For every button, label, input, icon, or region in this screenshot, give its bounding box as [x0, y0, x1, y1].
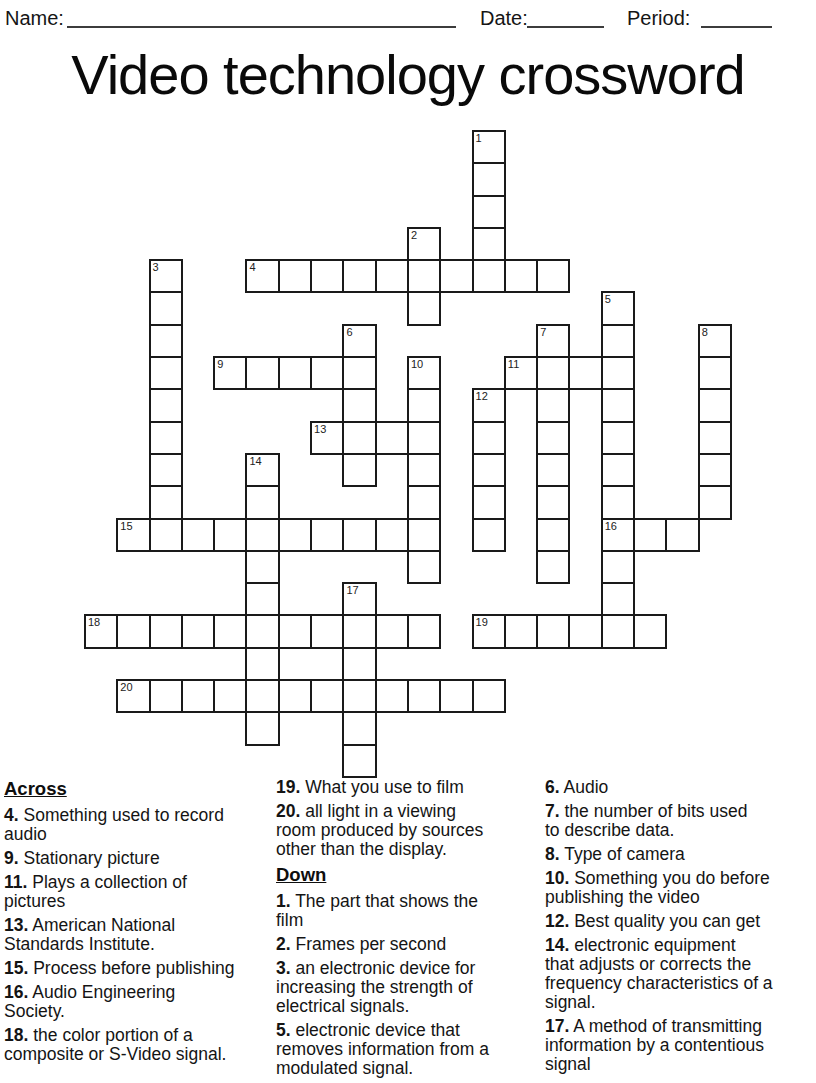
clue-down-8: 8. Type of camera: [545, 845, 811, 864]
grid-cell[interactable]: [245, 647, 279, 681]
clue-down-17: 17. A method of transmitting information…: [545, 1017, 811, 1074]
grid-cell[interactable]: [342, 421, 376, 455]
clue-number: 2: [411, 229, 417, 242]
grid-cell[interactable]: 12: [472, 388, 506, 422]
grid-cell[interactable]: 9: [213, 356, 247, 390]
clue-across-11: 11. Plays a collection of pictures: [4, 873, 266, 911]
grid-cell[interactable]: [342, 614, 376, 648]
grid-cell[interactable]: [536, 388, 570, 422]
grid-cell[interactable]: [504, 259, 538, 293]
clue-number: 8: [702, 326, 708, 339]
clue-number: 5: [605, 293, 611, 306]
grid-cell[interactable]: [149, 291, 183, 325]
grid-cell[interactable]: [149, 421, 183, 455]
grid-cell[interactable]: [407, 291, 441, 325]
clue-number: 18: [88, 616, 100, 629]
grid-cell[interactable]: 11: [504, 356, 538, 390]
grid-cell[interactable]: [149, 518, 183, 552]
grid-cell[interactable]: [149, 679, 183, 713]
grid-cell[interactable]: 20: [116, 679, 150, 713]
grid-cell[interactable]: [633, 518, 667, 552]
grid-cell[interactable]: 7: [536, 324, 570, 358]
grid-cell[interactable]: [149, 614, 183, 648]
grid-cell[interactable]: [439, 259, 473, 293]
down-header: Down: [276, 864, 534, 886]
clue-number: 1: [476, 132, 482, 145]
grid-cell[interactable]: [472, 679, 506, 713]
clue-down-12: 12. Best quality you can get: [545, 912, 811, 931]
grid-cell[interactable]: [149, 356, 183, 390]
grid-cell[interactable]: [342, 259, 376, 293]
clue-number: 12: [476, 390, 488, 403]
grid-cell[interactable]: [407, 421, 441, 455]
clue-down-14: 14. electronic equipment that adjusts or…: [545, 936, 811, 1012]
grid-cell[interactable]: [472, 453, 506, 487]
grid-cell[interactable]: [407, 259, 441, 293]
grid-cell[interactable]: [536, 485, 570, 519]
clue-number: 9: [217, 358, 223, 371]
grid-cell[interactable]: [278, 356, 312, 390]
grid-cell[interactable]: [472, 518, 506, 552]
grid-cell[interactable]: 19: [472, 614, 506, 648]
grid-cell[interactable]: [342, 388, 376, 422]
grid-cell[interactable]: [601, 550, 635, 584]
grid-cell[interactable]: [698, 453, 732, 487]
clue-number: 14: [249, 455, 261, 468]
grid-cell[interactable]: [245, 679, 279, 713]
grid-cell[interactable]: [698, 356, 732, 390]
grid-cell[interactable]: [536, 550, 570, 584]
period-blank-line: [701, 7, 772, 28]
clue-number: 3: [153, 261, 159, 274]
grid-cell[interactable]: [536, 453, 570, 487]
grid-cell[interactable]: [342, 679, 376, 713]
grid-cell[interactable]: [407, 485, 441, 519]
grid-cell[interactable]: [407, 388, 441, 422]
grid-cell[interactable]: [407, 453, 441, 487]
clue-number: 17: [346, 584, 358, 597]
grid-cell[interactable]: [278, 614, 312, 648]
grid-cell[interactable]: [149, 388, 183, 422]
grid-cell[interactable]: [181, 518, 215, 552]
grid-cell[interactable]: 8: [698, 324, 732, 358]
grid-cell[interactable]: [407, 518, 441, 552]
grid-cell[interactable]: [568, 356, 602, 390]
clue-down-7: 7. the number of bits used to describe d…: [545, 802, 811, 840]
worksheet-page: Name: Date: Period: Video technology cro…: [0, 0, 816, 1083]
grid-cell[interactable]: 15: [116, 518, 150, 552]
date-blank-line: [527, 7, 604, 28]
across-header: Across: [4, 778, 266, 800]
grid-cell[interactable]: [342, 744, 376, 778]
grid-cell[interactable]: [536, 518, 570, 552]
grid-cell[interactable]: [536, 356, 570, 390]
grid-cell[interactable]: [665, 518, 699, 552]
name-label: Name:: [5, 7, 64, 30]
clue-down-2: 2. Frames per second: [276, 935, 534, 954]
grid-cell[interactable]: [633, 614, 667, 648]
grid-cell[interactable]: [568, 614, 602, 648]
grid-cell[interactable]: [375, 614, 409, 648]
grid-cell[interactable]: [181, 679, 215, 713]
grid-cell[interactable]: 1: [472, 130, 506, 164]
grid-cell[interactable]: [342, 647, 376, 681]
grid-cell[interactable]: [375, 679, 409, 713]
clue-across-19: 19. What you use to film: [276, 778, 534, 797]
clue-across-20: 20. all light in a viewing room produced…: [276, 802, 534, 859]
grid-cell[interactable]: [601, 614, 635, 648]
grid-cell[interactable]: [536, 421, 570, 455]
grid-cell[interactable]: [245, 711, 279, 745]
clue-across-13: 13. American National Standards Institut…: [4, 916, 266, 954]
crossword-board: 1234567891011121314151617181920: [85, 131, 731, 777]
grid-cell[interactable]: 6: [342, 324, 376, 358]
grid-cell[interactable]: [601, 388, 635, 422]
grid-cell[interactable]: [601, 485, 635, 519]
grid-cell[interactable]: [245, 518, 279, 552]
grid-cell[interactable]: [407, 614, 441, 648]
clue-across-4: 4. Something used to record audio: [4, 806, 266, 844]
grid-cell[interactable]: [278, 518, 312, 552]
clue-number: 6: [346, 326, 352, 339]
grid-cell[interactable]: [149, 453, 183, 487]
clue-across-15: 15. Process before publishing: [4, 959, 266, 978]
grid-cell[interactable]: [439, 679, 473, 713]
grid-cell[interactable]: [342, 453, 376, 487]
clues-column-3: 6. Audio7. the number of bits used to de…: [545, 778, 811, 1079]
grid-cell[interactable]: [245, 356, 279, 390]
clue-across-9: 9. Stationary picture: [4, 849, 266, 868]
grid-cell[interactable]: [601, 356, 635, 390]
grid-cell[interactable]: [504, 614, 538, 648]
grid-cell[interactable]: 3: [149, 259, 183, 293]
grid-cell[interactable]: [536, 614, 570, 648]
clue-number: 15: [120, 520, 132, 533]
grid-cell[interactable]: 10: [407, 356, 441, 390]
grid-cell[interactable]: 4: [245, 259, 279, 293]
clue-down-6: 6. Audio: [545, 778, 811, 797]
grid-cell[interactable]: [407, 679, 441, 713]
date-label: Date:: [480, 7, 528, 30]
grid-cell[interactable]: [375, 421, 409, 455]
grid-cell[interactable]: [213, 614, 247, 648]
clue-number: 10: [411, 358, 423, 371]
grid-cell[interactable]: [601, 453, 635, 487]
grid-cell[interactable]: 2: [407, 227, 441, 261]
clue-number: 16: [605, 520, 617, 533]
grid-cell[interactable]: [213, 518, 247, 552]
grid-cell[interactable]: [472, 162, 506, 196]
clue-number: 11: [508, 358, 519, 371]
grid-cell[interactable]: [375, 259, 409, 293]
grid-cell[interactable]: [278, 259, 312, 293]
grid-cell[interactable]: 17: [342, 582, 376, 616]
period-label: Period:: [627, 7, 690, 30]
grid-cell[interactable]: [698, 388, 732, 422]
clue-down-3: 3. an electronic device for increasing t…: [276, 959, 534, 1016]
clue-number: 13: [314, 423, 326, 436]
clue-across-18: 18. the color portion of a composite or …: [4, 1026, 266, 1064]
grid-cell[interactable]: [342, 518, 376, 552]
grid-cell[interactable]: [601, 324, 635, 358]
clue-number: 7: [540, 326, 546, 339]
grid-cell[interactable]: 5: [601, 291, 635, 325]
grid-cell[interactable]: [149, 485, 183, 519]
grid-cell[interactable]: [149, 324, 183, 358]
clues-column-1: Across4. Something used to record audio9…: [4, 778, 266, 1069]
grid-cell[interactable]: [310, 518, 344, 552]
grid-cell[interactable]: [310, 679, 344, 713]
clues-column-2: 19. What you use to film20. all light in…: [276, 778, 534, 1083]
grid-cell[interactable]: [601, 582, 635, 616]
grid-cell[interactable]: 18: [84, 614, 118, 648]
grid-cell[interactable]: [181, 614, 215, 648]
grid-cell[interactable]: 14: [245, 453, 279, 487]
name-blank-line: [67, 7, 456, 28]
grid-cell[interactable]: [698, 421, 732, 455]
clue-down-5: 5. electronic device that removes inform…: [276, 1021, 534, 1078]
clue-down-1: 1. The part that shows the film: [276, 892, 534, 930]
grid-cell[interactable]: [407, 550, 441, 584]
grid-cell[interactable]: [342, 356, 376, 390]
grid-cell[interactable]: [245, 485, 279, 519]
grid-cell[interactable]: 13: [310, 421, 344, 455]
clue-number: 20: [120, 681, 132, 694]
grid-cell[interactable]: [472, 421, 506, 455]
grid-cell[interactable]: [698, 485, 732, 519]
grid-cell[interactable]: [245, 614, 279, 648]
page-title: Video technology crossword: [0, 46, 816, 105]
clue-down-10: 10. Something you do before publishing t…: [545, 869, 811, 907]
grid-cell[interactable]: 16: [601, 518, 635, 552]
grid-cell[interactable]: [213, 679, 247, 713]
grid-cell[interactable]: [116, 614, 150, 648]
grid-cell[interactable]: [310, 259, 344, 293]
grid-cell[interactable]: [342, 711, 376, 745]
grid-cell[interactable]: [536, 259, 570, 293]
grid-cell[interactable]: [375, 518, 409, 552]
grid-cell[interactable]: [278, 679, 312, 713]
clue-number: 4: [249, 261, 255, 274]
grid-cell[interactable]: [310, 614, 344, 648]
grid-cell[interactable]: [472, 485, 506, 519]
grid-cell[interactable]: [601, 421, 635, 455]
grid-cell[interactable]: [245, 550, 279, 584]
grid-cell[interactable]: [472, 227, 506, 261]
grid-cell[interactable]: [245, 582, 279, 616]
grid-cell[interactable]: [310, 356, 344, 390]
grid-cell[interactable]: [472, 195, 506, 229]
clue-number: 19: [476, 616, 488, 629]
grid-cell[interactable]: [472, 259, 506, 293]
clue-across-16: 16. Audio Engineering Society.: [4, 983, 266, 1021]
